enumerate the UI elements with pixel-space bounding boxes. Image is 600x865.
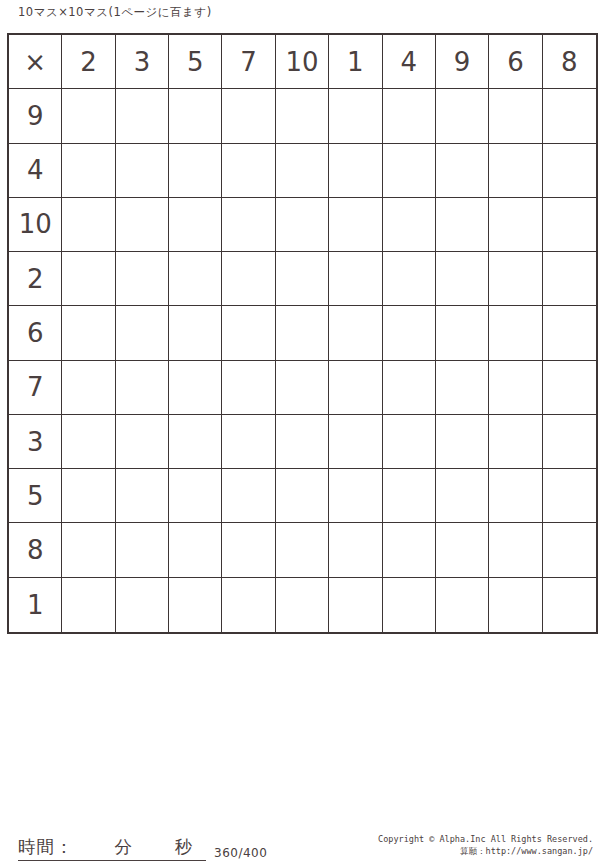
answer-cell-r1c10[interactable] <box>543 89 596 143</box>
answer-cell-r6c6[interactable] <box>329 361 382 415</box>
row-header-6: 6 <box>9 306 62 360</box>
multiplication-grid: ×2357101496894102673581 <box>7 33 598 634</box>
answer-cell-r7c7[interactable] <box>383 415 436 469</box>
row-header-2: 2 <box>9 252 62 306</box>
answer-cell-r8c8[interactable] <box>436 469 489 523</box>
minutes-label: 分 <box>115 835 134 859</box>
answer-cell-r3c5[interactable] <box>276 198 329 252</box>
answer-cell-r4c2[interactable] <box>116 252 169 306</box>
answer-cell-r9c1[interactable] <box>62 523 115 577</box>
answer-cell-r3c3[interactable] <box>169 198 222 252</box>
answer-cell-r5c7[interactable] <box>383 306 436 360</box>
answer-cell-r5c4[interactable] <box>222 306 275 360</box>
row-header-7: 7 <box>9 361 62 415</box>
copyright-block: Copyright © Alpha.Inc All Rights Reserve… <box>378 834 593 857</box>
answer-cell-r10c9[interactable] <box>489 578 542 632</box>
answer-cell-r7c9[interactable] <box>489 415 542 469</box>
answer-cell-r10c5[interactable] <box>276 578 329 632</box>
answer-cell-r3c2[interactable] <box>116 198 169 252</box>
answer-cell-r1c5[interactable] <box>276 89 329 143</box>
answer-cell-r6c2[interactable] <box>116 361 169 415</box>
answer-cell-r2c6[interactable] <box>329 144 382 198</box>
answer-cell-r7c10[interactable] <box>543 415 596 469</box>
answer-cell-r7c1[interactable] <box>62 415 115 469</box>
answer-cell-r5c8[interactable] <box>436 306 489 360</box>
row-header-9: 9 <box>9 89 62 143</box>
answer-cell-r3c8[interactable] <box>436 198 489 252</box>
answer-cell-r8c5[interactable] <box>276 469 329 523</box>
answer-cell-r4c8[interactable] <box>436 252 489 306</box>
answer-cell-r6c9[interactable] <box>489 361 542 415</box>
answer-cell-r8c7[interactable] <box>383 469 436 523</box>
answer-cell-r10c6[interactable] <box>329 578 382 632</box>
answer-cell-r1c1[interactable] <box>62 89 115 143</box>
answer-cell-r8c1[interactable] <box>62 469 115 523</box>
row-header-4: 4 <box>9 144 62 198</box>
answer-cell-r3c10[interactable] <box>543 198 596 252</box>
answer-cell-r5c3[interactable] <box>169 306 222 360</box>
row-header-3: 3 <box>9 415 62 469</box>
answer-cell-r8c4[interactable] <box>222 469 275 523</box>
copyright-text: Copyright © Alpha.Inc All Rights Reserve… <box>378 834 593 846</box>
answer-cell-r7c8[interactable] <box>436 415 489 469</box>
answer-cell-r2c3[interactable] <box>169 144 222 198</box>
answer-cell-r2c1[interactable] <box>62 144 115 198</box>
answer-cell-r6c8[interactable] <box>436 361 489 415</box>
answer-cell-r7c2[interactable] <box>116 415 169 469</box>
answer-cell-r9c7[interactable] <box>383 523 436 577</box>
answer-cell-r5c5[interactable] <box>276 306 329 360</box>
answer-cell-r6c5[interactable] <box>276 361 329 415</box>
col-header-1: 1 <box>329 35 382 89</box>
col-header-3: 3 <box>116 35 169 89</box>
seconds-label: 秒 <box>175 835 194 859</box>
answer-cell-r10c3[interactable] <box>169 578 222 632</box>
answer-cell-r1c7[interactable] <box>383 89 436 143</box>
row-header-5: 5 <box>9 469 62 523</box>
answer-cell-r2c4[interactable] <box>222 144 275 198</box>
col-header-6: 6 <box>489 35 542 89</box>
col-header-10: 10 <box>276 35 329 89</box>
answer-cell-r8c3[interactable] <box>169 469 222 523</box>
answer-cell-r2c5[interactable] <box>276 144 329 198</box>
answer-cell-r1c3[interactable] <box>169 89 222 143</box>
answer-cell-r7c6[interactable] <box>329 415 382 469</box>
answer-cell-r6c7[interactable] <box>383 361 436 415</box>
answer-cell-r6c3[interactable] <box>169 361 222 415</box>
answer-cell-r7c3[interactable] <box>169 415 222 469</box>
answer-cell-r5c1[interactable] <box>62 306 115 360</box>
answer-cell-r10c4[interactable] <box>222 578 275 632</box>
answer-cell-r6c4[interactable] <box>222 361 275 415</box>
site-credit: 算願：http://www.sangan.jp/ <box>378 846 593 858</box>
answer-cell-r10c7[interactable] <box>383 578 436 632</box>
answer-cell-r4c4[interactable] <box>222 252 275 306</box>
answer-cell-r9c3[interactable] <box>169 523 222 577</box>
answer-cell-r8c2[interactable] <box>116 469 169 523</box>
worksheet-title: 10マス×10マス(1ページに百ます) <box>18 5 212 20</box>
time-entry-line: 時間： 分 秒 <box>18 837 206 861</box>
answer-cell-r9c2[interactable] <box>116 523 169 577</box>
answer-cell-r8c9[interactable] <box>489 469 542 523</box>
answer-cell-r5c2[interactable] <box>116 306 169 360</box>
answer-cell-r2c2[interactable] <box>116 144 169 198</box>
answer-cell-r3c7[interactable] <box>383 198 436 252</box>
col-header-8: 8 <box>543 35 596 89</box>
answer-cell-r4c10[interactable] <box>543 252 596 306</box>
page-indicator: 360/400 <box>214 846 267 860</box>
col-header-9: 9 <box>436 35 489 89</box>
time-label: 時間： <box>18 835 74 859</box>
answer-cell-r8c10[interactable] <box>543 469 596 523</box>
answer-cell-r5c6[interactable] <box>329 306 382 360</box>
answer-cell-r9c9[interactable] <box>489 523 542 577</box>
answer-cell-r5c9[interactable] <box>489 306 542 360</box>
answer-cell-r4c5[interactable] <box>276 252 329 306</box>
answer-cell-r3c9[interactable] <box>489 198 542 252</box>
answer-cell-r4c7[interactable] <box>383 252 436 306</box>
row-header-10: 10 <box>9 198 62 252</box>
col-header-4: 4 <box>383 35 436 89</box>
answer-cell-r10c2[interactable] <box>116 578 169 632</box>
answer-cell-r1c6[interactable] <box>329 89 382 143</box>
answer-cell-r10c1[interactable] <box>62 578 115 632</box>
answer-cell-r4c9[interactable] <box>489 252 542 306</box>
answer-cell-r4c1[interactable] <box>62 252 115 306</box>
answer-cell-r2c9[interactable] <box>489 144 542 198</box>
answer-cell-r10c8[interactable] <box>436 578 489 632</box>
row-header-1: 1 <box>9 578 62 632</box>
answer-cell-r1c2[interactable] <box>116 89 169 143</box>
answer-cell-r3c4[interactable] <box>222 198 275 252</box>
answer-cell-r2c7[interactable] <box>383 144 436 198</box>
answer-cell-r9c5[interactable] <box>276 523 329 577</box>
answer-cell-r9c8[interactable] <box>436 523 489 577</box>
row-header-8: 8 <box>9 523 62 577</box>
operator-cell: × <box>9 35 62 89</box>
answer-cell-r8c6[interactable] <box>329 469 382 523</box>
answer-cell-r2c8[interactable] <box>436 144 489 198</box>
col-header-7: 7 <box>222 35 275 89</box>
answer-cell-r5c10[interactable] <box>543 306 596 360</box>
answer-cell-r1c8[interactable] <box>436 89 489 143</box>
answer-cell-r4c6[interactable] <box>329 252 382 306</box>
answer-cell-r10c10[interactable] <box>543 578 596 632</box>
answer-cell-r3c1[interactable] <box>62 198 115 252</box>
col-header-2: 2 <box>62 35 115 89</box>
answer-cell-r1c9[interactable] <box>489 89 542 143</box>
answer-cell-r7c4[interactable] <box>222 415 275 469</box>
answer-cell-r9c4[interactable] <box>222 523 275 577</box>
answer-cell-r3c6[interactable] <box>329 198 382 252</box>
answer-cell-r9c10[interactable] <box>543 523 596 577</box>
answer-cell-r2c10[interactable] <box>543 144 596 198</box>
answer-cell-r1c4[interactable] <box>222 89 275 143</box>
answer-cell-r6c1[interactable] <box>62 361 115 415</box>
answer-cell-r9c6[interactable] <box>329 523 382 577</box>
answer-cell-r7c5[interactable] <box>276 415 329 469</box>
answer-cell-r6c10[interactable] <box>543 361 596 415</box>
col-header-5: 5 <box>169 35 222 89</box>
answer-cell-r4c3[interactable] <box>169 252 222 306</box>
